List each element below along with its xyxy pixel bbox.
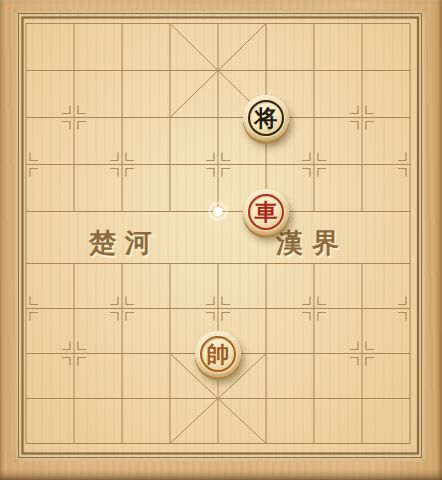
intersection-c0r7[interactable] [2, 331, 50, 376]
intersection-c7r8[interactable] [338, 376, 386, 421]
board-grid: 将車帥 [2, 0, 434, 466]
intersection-c2r6[interactable] [98, 286, 146, 331]
intersection-c0r4[interactable] [2, 188, 50, 235]
piece-red-chariot[interactable]: 車 [243, 189, 289, 235]
intersection-c0r1[interactable] [2, 47, 50, 94]
intersection-c4r9[interactable] [194, 421, 242, 466]
intersection-c4r2[interactable] [194, 94, 242, 141]
intersection-c1r2[interactable] [50, 94, 98, 141]
intersection-c5r5[interactable] [242, 241, 290, 286]
piece-character: 車 [255, 200, 278, 223]
intersection-c3r5[interactable] [146, 241, 194, 286]
intersection-c1r0[interactable] [50, 0, 98, 47]
intersection-c6r4[interactable] [290, 188, 338, 235]
intersection-c0r5[interactable] [2, 241, 50, 286]
intersection-c5r1[interactable] [242, 47, 290, 94]
intersection-c1r5[interactable] [50, 241, 98, 286]
intersection-c3r1[interactable] [146, 47, 194, 94]
piece-red-general[interactable]: 帥 [195, 331, 241, 377]
intersection-c4r7[interactable]: 帥 [194, 331, 242, 376]
intersection-c1r4[interactable] [50, 188, 98, 235]
intersection-c0r0[interactable] [2, 0, 50, 47]
intersection-c2r8[interactable] [98, 376, 146, 421]
intersection-c1r6[interactable] [50, 286, 98, 331]
intersection-c8r8[interactable] [386, 376, 434, 421]
intersection-c8r7[interactable] [386, 331, 434, 376]
intersection-c2r4[interactable] [98, 188, 146, 235]
intersection-c6r5[interactable] [290, 241, 338, 286]
intersection-c1r8[interactable] [50, 376, 98, 421]
intersection-c0r2[interactable] [2, 94, 50, 141]
intersection-c7r7[interactable] [338, 331, 386, 376]
intersection-c2r2[interactable] [98, 94, 146, 141]
intersection-c0r3[interactable] [2, 141, 50, 188]
piece-character: 将 [255, 106, 278, 129]
intersection-c5r4[interactable]: 車 [242, 188, 290, 235]
intersection-c5r8[interactable] [242, 376, 290, 421]
piece-black-general[interactable]: 将 [243, 95, 289, 141]
intersection-c2r7[interactable] [98, 331, 146, 376]
intersection-c6r3[interactable] [290, 141, 338, 188]
intersection-c8r3[interactable] [386, 141, 434, 188]
intersection-c6r2[interactable] [290, 94, 338, 141]
intersection-c1r3[interactable] [50, 141, 98, 188]
intersection-c5r2[interactable]: 将 [242, 94, 290, 141]
intersection-c2r0[interactable] [98, 0, 146, 47]
intersection-c7r5[interactable] [338, 241, 386, 286]
intersection-c1r7[interactable] [50, 331, 98, 376]
intersection-c6r8[interactable] [290, 376, 338, 421]
intersection-c3r9[interactable] [146, 421, 194, 466]
intersection-c7r4[interactable] [338, 188, 386, 235]
intersection-c3r2[interactable] [146, 94, 194, 141]
xiangqi-board: 楚河 楚河 漢界 漢界 将車帥 [0, 0, 442, 480]
intersection-c1r9[interactable] [50, 421, 98, 466]
intersection-c7r6[interactable] [338, 286, 386, 331]
intersection-c3r0[interactable] [146, 0, 194, 47]
intersection-c0r8[interactable] [2, 376, 50, 421]
intersection-c6r1[interactable] [290, 47, 338, 94]
intersection-c6r6[interactable] [290, 286, 338, 331]
intersection-c6r9[interactable] [290, 421, 338, 466]
intersection-c8r2[interactable] [386, 94, 434, 141]
intersection-c4r0[interactable] [194, 0, 242, 47]
intersection-c4r6[interactable] [194, 286, 242, 331]
intersection-c8r5[interactable] [386, 241, 434, 286]
intersection-c4r1[interactable] [194, 47, 242, 94]
intersection-c2r1[interactable] [98, 47, 146, 94]
intersection-c2r3[interactable] [98, 141, 146, 188]
intersection-c8r6[interactable] [386, 286, 434, 331]
intersection-c0r9[interactable] [2, 421, 50, 466]
intersection-c8r1[interactable] [386, 47, 434, 94]
intersection-c2r5[interactable] [98, 241, 146, 286]
intersection-c3r6[interactable] [146, 286, 194, 331]
intersection-c7r3[interactable] [338, 141, 386, 188]
intersection-c6r7[interactable] [290, 331, 338, 376]
intersection-c5r9[interactable] [242, 421, 290, 466]
intersection-c3r4[interactable] [146, 188, 194, 235]
intersection-c0r6[interactable] [2, 286, 50, 331]
intersection-c4r8[interactable] [194, 376, 242, 421]
intersection-c1r1[interactable] [50, 47, 98, 94]
intersection-c4r3[interactable] [194, 141, 242, 188]
intersection-c3r3[interactable] [146, 141, 194, 188]
intersection-c8r9[interactable] [386, 421, 434, 466]
intersection-c8r0[interactable] [386, 0, 434, 47]
intersection-c3r8[interactable] [146, 376, 194, 421]
intersection-c7r2[interactable] [338, 94, 386, 141]
piece-character: 帥 [207, 342, 230, 365]
intersection-c5r7[interactable] [242, 331, 290, 376]
intersection-c5r6[interactable] [242, 286, 290, 331]
intersection-c5r0[interactable] [242, 0, 290, 47]
intersection-c7r1[interactable] [338, 47, 386, 94]
intersection-c8r4[interactable] [386, 188, 434, 235]
intersection-c3r7[interactable] [146, 331, 194, 376]
intersection-c5r3[interactable] [242, 141, 290, 188]
intersection-c7r9[interactable] [338, 421, 386, 466]
intersection-c2r9[interactable] [98, 421, 146, 466]
intersection-c4r5[interactable] [194, 241, 242, 286]
intersection-c6r0[interactable] [290, 0, 338, 47]
intersection-c7r0[interactable] [338, 0, 386, 47]
intersection-c4r4[interactable] [194, 188, 242, 235]
